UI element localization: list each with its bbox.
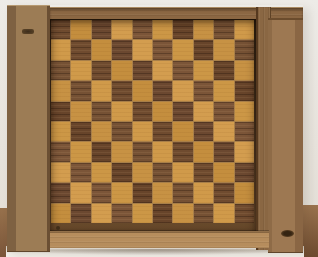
board-square <box>92 204 111 223</box>
mortise-slot-detail <box>22 29 34 34</box>
board-square <box>153 20 172 39</box>
board-square <box>51 61 70 80</box>
board-square <box>71 81 90 100</box>
board-square <box>92 40 111 59</box>
wood-knot-detail <box>281 230 294 237</box>
board-square <box>51 20 70 39</box>
board-square <box>214 61 233 80</box>
board-square <box>92 20 111 39</box>
board-square <box>133 61 152 80</box>
checkerboard <box>51 20 254 223</box>
board-square <box>214 183 233 202</box>
board-square <box>194 183 213 202</box>
board-square <box>235 122 254 141</box>
board-square <box>173 61 192 80</box>
board-square <box>133 81 152 100</box>
frame-left-rail <box>7 5 50 252</box>
board-square <box>112 142 131 161</box>
board-square <box>133 40 152 59</box>
board-square <box>235 61 254 80</box>
board-square <box>71 20 90 39</box>
board-square <box>71 122 90 141</box>
board-square <box>71 40 90 59</box>
board-square <box>173 122 192 141</box>
board-square <box>214 142 233 161</box>
board-square <box>112 20 131 39</box>
board-square <box>51 204 70 223</box>
board-square <box>235 102 254 121</box>
board-square <box>51 142 70 161</box>
corner-speck-detail <box>56 226 60 230</box>
board-square <box>112 102 131 121</box>
board-square <box>112 61 131 80</box>
board-square <box>71 163 90 182</box>
board-square <box>51 81 70 100</box>
board-square <box>92 61 111 80</box>
board-square <box>235 204 254 223</box>
board-square <box>51 183 70 202</box>
board-square <box>173 204 192 223</box>
board-square <box>153 142 172 161</box>
board-square <box>194 163 213 182</box>
frame-right-rail <box>268 18 303 253</box>
board-square <box>173 142 192 161</box>
board-square <box>173 81 192 100</box>
board-square <box>194 81 213 100</box>
board-square <box>235 142 254 161</box>
board-square <box>51 102 70 121</box>
board-square <box>173 40 192 59</box>
board-square <box>153 122 172 141</box>
board-square <box>214 81 233 100</box>
board-square <box>173 102 192 121</box>
board-square <box>112 163 131 182</box>
board-square <box>194 122 213 141</box>
board-square <box>71 61 90 80</box>
board-square <box>235 183 254 202</box>
board-square <box>92 122 111 141</box>
board-square <box>153 61 172 80</box>
board-square <box>235 20 254 39</box>
board-square <box>153 81 172 100</box>
board-square <box>173 20 192 39</box>
board-square <box>71 204 90 223</box>
board-square <box>51 122 70 141</box>
board-recess <box>50 19 256 232</box>
board-square <box>173 183 192 202</box>
board-square <box>51 163 70 182</box>
board-square <box>214 40 233 59</box>
board-square <box>133 142 152 161</box>
board-square <box>133 163 152 182</box>
board-square <box>92 183 111 202</box>
board-square <box>235 163 254 182</box>
board-square <box>235 81 254 100</box>
board-square <box>112 183 131 202</box>
board-square <box>112 81 131 100</box>
board-square <box>71 142 90 161</box>
board-square <box>153 102 172 121</box>
board-square <box>112 40 131 59</box>
board-square <box>71 102 90 121</box>
board-square <box>92 102 111 121</box>
board-frame <box>7 5 303 250</box>
board-square <box>214 204 233 223</box>
photo-scene <box>0 0 318 257</box>
board-square <box>133 20 152 39</box>
board-square <box>112 204 131 223</box>
board-square <box>214 122 233 141</box>
board-square <box>194 204 213 223</box>
board-square <box>51 40 70 59</box>
board-square <box>153 183 172 202</box>
board-square <box>133 122 152 141</box>
board-square <box>133 183 152 202</box>
board-square <box>153 204 172 223</box>
board-square <box>194 61 213 80</box>
board-square <box>235 40 254 59</box>
board-square <box>133 204 152 223</box>
board-square <box>214 102 233 121</box>
board-square <box>92 142 111 161</box>
board-square <box>92 163 111 182</box>
board-square <box>153 163 172 182</box>
board-square <box>92 81 111 100</box>
board-square <box>71 183 90 202</box>
board-square <box>194 102 213 121</box>
board-square <box>133 102 152 121</box>
board-square <box>153 40 172 59</box>
board-square <box>214 163 233 182</box>
board-square <box>112 122 131 141</box>
board-square <box>194 40 213 59</box>
board-square <box>194 20 213 39</box>
board-square <box>214 20 233 39</box>
frame-bottom-rail <box>45 231 269 248</box>
board-square <box>173 163 192 182</box>
board-square <box>194 142 213 161</box>
